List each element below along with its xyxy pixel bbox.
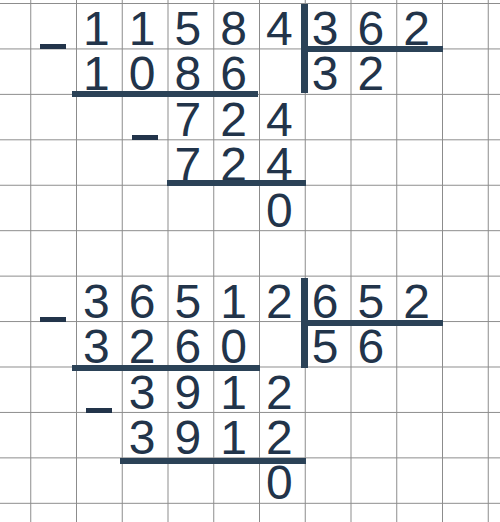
underline-3260 bbox=[72, 365, 260, 371]
digit-cell: 8 bbox=[213, 6, 259, 51]
digit-cell: 3 bbox=[122, 370, 168, 415]
digit-cell: 1 bbox=[213, 415, 259, 460]
digit-cell: 9 bbox=[168, 415, 214, 460]
digit-cell: 2 bbox=[259, 279, 305, 324]
digit-cell: 2 bbox=[259, 415, 305, 460]
digit-cell: 1 bbox=[213, 279, 259, 324]
digit-cell: 3 bbox=[76, 279, 122, 324]
digit-cell: 6 bbox=[351, 324, 397, 369]
squared-paper-sheet: 1158436210863272472403651265232605639123… bbox=[0, 0, 500, 522]
division-bracket-horizontal-2 bbox=[305, 320, 443, 326]
digit-cell: 0 bbox=[259, 460, 305, 505]
digit-cell: 3 bbox=[305, 51, 351, 96]
digit-cell: 5 bbox=[168, 279, 214, 324]
digit-cell: 7 bbox=[168, 97, 214, 142]
digit-cell: 6 bbox=[168, 324, 214, 369]
underline-3912 bbox=[120, 458, 306, 464]
digit-cell: 4 bbox=[259, 97, 305, 142]
minus-stroke bbox=[132, 135, 158, 140]
digit-cell: 2 bbox=[213, 97, 259, 142]
digit-cell: 3 bbox=[122, 415, 168, 460]
minus-stroke bbox=[40, 317, 66, 322]
digit-cell: 5 bbox=[351, 279, 397, 324]
digit-cell: 1 bbox=[213, 370, 259, 415]
digit-cell: 2 bbox=[396, 279, 442, 324]
digit-cell: 2 bbox=[259, 370, 305, 415]
digit-cell: 1 bbox=[122, 6, 168, 51]
minus-stroke bbox=[86, 408, 112, 413]
digit-cell: 4 bbox=[259, 6, 305, 51]
worksheet-grid: 1158436210863272472403651265232605639123… bbox=[30, 3, 488, 503]
digit-cell: 1 bbox=[76, 6, 122, 51]
digit-cell: 0 bbox=[213, 324, 259, 369]
digit-cell: 9 bbox=[168, 370, 214, 415]
minus-sign bbox=[30, 276, 76, 321]
digit-cell: 2 bbox=[122, 324, 168, 369]
digit-cell: 5 bbox=[168, 6, 214, 51]
underline-724 bbox=[167, 180, 306, 186]
digit-cell: 3 bbox=[76, 324, 122, 369]
minus-sign bbox=[122, 94, 168, 139]
digit-cell: 6 bbox=[305, 279, 351, 324]
digit-cell: 2 bbox=[351, 51, 397, 96]
underline-1086 bbox=[72, 91, 258, 97]
minus-stroke bbox=[40, 44, 66, 49]
digit-cell: 6 bbox=[122, 279, 168, 324]
digit-cell: 5 bbox=[305, 324, 351, 369]
division-bracket-horizontal-1 bbox=[305, 46, 443, 52]
digit-cell: 0 bbox=[259, 188, 305, 233]
minus-sign bbox=[30, 3, 76, 48]
minus-sign bbox=[76, 367, 122, 412]
